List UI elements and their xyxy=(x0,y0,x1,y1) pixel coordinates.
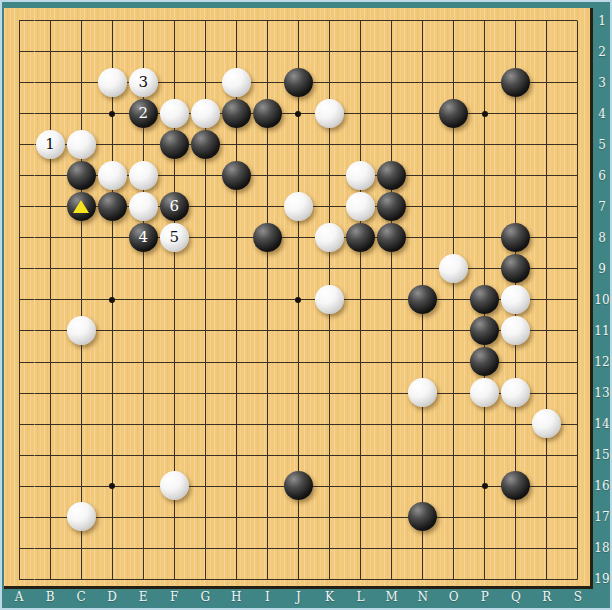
intersection-C12[interactable] xyxy=(66,347,97,378)
intersection-H16[interactable] xyxy=(221,471,252,502)
intersection-H15[interactable] xyxy=(221,440,252,471)
intersection-D13[interactable] xyxy=(97,378,128,409)
intersection-I13[interactable] xyxy=(252,378,283,409)
intersection-E2[interactable] xyxy=(128,36,159,67)
intersection-J18[interactable] xyxy=(283,533,314,564)
intersection-F5[interactable] xyxy=(159,129,190,160)
intersection-P8[interactable] xyxy=(469,222,500,253)
intersection-E9[interactable] xyxy=(128,253,159,284)
intersection-C4[interactable] xyxy=(66,98,97,129)
intersection-K18[interactable] xyxy=(314,533,345,564)
intersection-H1[interactable] xyxy=(221,8,252,36)
intersection-F16[interactable] xyxy=(159,471,190,502)
intersection-Q14[interactable] xyxy=(500,409,531,440)
intersection-R6[interactable] xyxy=(531,160,562,191)
intersection-F8[interactable]: 5 xyxy=(159,222,190,253)
intersection-G13[interactable] xyxy=(190,378,221,409)
intersection-B9[interactable] xyxy=(35,253,66,284)
intersection-Q9[interactable] xyxy=(500,253,531,284)
intersection-J17[interactable] xyxy=(283,502,314,533)
intersection-K17[interactable] xyxy=(314,502,345,533)
intersection-C2[interactable] xyxy=(66,36,97,67)
intersection-Q10[interactable] xyxy=(500,284,531,315)
intersection-Q6[interactable] xyxy=(500,160,531,191)
intersection-G19[interactable] xyxy=(190,564,221,589)
intersection-H14[interactable] xyxy=(221,409,252,440)
intersection-B14[interactable] xyxy=(35,409,66,440)
intersection-G5[interactable] xyxy=(190,129,221,160)
intersection-C17[interactable] xyxy=(66,502,97,533)
intersection-O5[interactable] xyxy=(438,129,469,160)
intersection-D11[interactable] xyxy=(97,315,128,346)
intersection-G4[interactable] xyxy=(190,98,221,129)
intersection-I3[interactable] xyxy=(252,67,283,98)
intersection-K10[interactable] xyxy=(314,284,345,315)
intersection-K19[interactable] xyxy=(314,564,345,589)
intersection-H2[interactable] xyxy=(221,36,252,67)
intersection-M16[interactable] xyxy=(376,471,407,502)
intersection-B4[interactable] xyxy=(35,98,66,129)
intersection-D3[interactable] xyxy=(97,67,128,98)
intersection-O9[interactable] xyxy=(438,253,469,284)
intersection-B1[interactable] xyxy=(35,8,66,36)
intersection-G10[interactable] xyxy=(190,284,221,315)
intersection-L3[interactable] xyxy=(345,67,376,98)
intersection-K4[interactable] xyxy=(314,98,345,129)
intersection-R10[interactable] xyxy=(531,284,562,315)
intersection-N17[interactable] xyxy=(407,502,438,533)
intersection-Q5[interactable] xyxy=(500,129,531,160)
intersection-A18[interactable] xyxy=(4,533,35,564)
intersection-E6[interactable] xyxy=(128,160,159,191)
intersection-Q3[interactable] xyxy=(500,67,531,98)
intersection-E4[interactable]: 2 xyxy=(128,98,159,129)
intersection-D2[interactable] xyxy=(97,36,128,67)
intersection-I9[interactable] xyxy=(252,253,283,284)
intersection-P11[interactable] xyxy=(469,315,500,346)
intersection-S16[interactable] xyxy=(562,471,593,502)
intersection-I17[interactable] xyxy=(252,502,283,533)
intersection-L8[interactable] xyxy=(345,222,376,253)
intersection-E3[interactable]: 3 xyxy=(128,67,159,98)
intersection-P2[interactable] xyxy=(469,36,500,67)
intersection-P13[interactable] xyxy=(469,378,500,409)
intersection-S2[interactable] xyxy=(562,36,593,67)
intersection-C8[interactable] xyxy=(66,222,97,253)
intersection-N8[interactable] xyxy=(407,222,438,253)
intersection-D18[interactable] xyxy=(97,533,128,564)
intersection-L17[interactable] xyxy=(345,502,376,533)
intersection-C1[interactable] xyxy=(66,8,97,36)
intersection-F1[interactable] xyxy=(159,8,190,36)
intersection-D10[interactable] xyxy=(97,284,128,315)
intersection-G2[interactable] xyxy=(190,36,221,67)
intersection-K11[interactable] xyxy=(314,315,345,346)
intersection-D12[interactable] xyxy=(97,347,128,378)
intersection-G15[interactable] xyxy=(190,440,221,471)
intersection-J15[interactable] xyxy=(283,440,314,471)
intersection-A12[interactable] xyxy=(4,347,35,378)
intersection-S14[interactable] xyxy=(562,409,593,440)
intersection-S9[interactable] xyxy=(562,253,593,284)
intersection-E12[interactable] xyxy=(128,347,159,378)
intersection-F13[interactable] xyxy=(159,378,190,409)
intersection-D9[interactable] xyxy=(97,253,128,284)
intersection-Q1[interactable] xyxy=(500,8,531,36)
intersection-O12[interactable] xyxy=(438,347,469,378)
intersection-M9[interactable] xyxy=(376,253,407,284)
intersection-F12[interactable] xyxy=(159,347,190,378)
intersection-S11[interactable] xyxy=(562,315,593,346)
intersection-P14[interactable] xyxy=(469,409,500,440)
intersection-M13[interactable] xyxy=(376,378,407,409)
intersection-K6[interactable] xyxy=(314,160,345,191)
intersection-N4[interactable] xyxy=(407,98,438,129)
intersection-O1[interactable] xyxy=(438,8,469,36)
intersection-O17[interactable] xyxy=(438,502,469,533)
intersection-B5[interactable]: 1 xyxy=(35,129,66,160)
intersection-M11[interactable] xyxy=(376,315,407,346)
intersection-B2[interactable] xyxy=(35,36,66,67)
intersection-M14[interactable] xyxy=(376,409,407,440)
intersection-S17[interactable] xyxy=(562,502,593,533)
intersection-L11[interactable] xyxy=(345,315,376,346)
intersection-C5[interactable] xyxy=(66,129,97,160)
intersection-G9[interactable] xyxy=(190,253,221,284)
intersection-L6[interactable] xyxy=(345,160,376,191)
intersection-J16[interactable] xyxy=(283,471,314,502)
intersection-C18[interactable] xyxy=(66,533,97,564)
intersection-B17[interactable] xyxy=(35,502,66,533)
intersection-J19[interactable] xyxy=(283,564,314,589)
intersection-O13[interactable] xyxy=(438,378,469,409)
intersection-L2[interactable] xyxy=(345,36,376,67)
intersection-N9[interactable] xyxy=(407,253,438,284)
intersection-O4[interactable] xyxy=(438,98,469,129)
intersection-A17[interactable] xyxy=(4,502,35,533)
intersection-O3[interactable] xyxy=(438,67,469,98)
intersection-A16[interactable] xyxy=(4,471,35,502)
intersection-S5[interactable] xyxy=(562,129,593,160)
intersection-J1[interactable] xyxy=(283,8,314,36)
intersection-Q2[interactable] xyxy=(500,36,531,67)
intersection-M3[interactable] xyxy=(376,67,407,98)
intersection-N16[interactable] xyxy=(407,471,438,502)
intersection-O19[interactable] xyxy=(438,564,469,589)
intersection-G11[interactable] xyxy=(190,315,221,346)
intersection-N15[interactable] xyxy=(407,440,438,471)
intersection-F15[interactable] xyxy=(159,440,190,471)
intersection-Q16[interactable] xyxy=(500,471,531,502)
intersection-Q19[interactable] xyxy=(500,564,531,589)
intersection-H3[interactable] xyxy=(221,67,252,98)
intersection-S18[interactable] xyxy=(562,533,593,564)
intersection-E19[interactable] xyxy=(128,564,159,589)
intersection-J2[interactable] xyxy=(283,36,314,67)
intersection-C3[interactable] xyxy=(66,67,97,98)
intersection-L1[interactable] xyxy=(345,8,376,36)
intersection-C6[interactable] xyxy=(66,160,97,191)
intersection-J4[interactable] xyxy=(283,98,314,129)
intersection-K16[interactable] xyxy=(314,471,345,502)
intersection-N2[interactable] xyxy=(407,36,438,67)
intersection-A14[interactable] xyxy=(4,409,35,440)
intersection-G3[interactable] xyxy=(190,67,221,98)
intersection-A11[interactable] xyxy=(4,315,35,346)
intersection-M6[interactable] xyxy=(376,160,407,191)
intersection-P18[interactable] xyxy=(469,533,500,564)
intersection-I14[interactable] xyxy=(252,409,283,440)
intersection-C14[interactable] xyxy=(66,409,97,440)
intersection-B6[interactable] xyxy=(35,160,66,191)
intersection-K13[interactable] xyxy=(314,378,345,409)
intersection-H6[interactable] xyxy=(221,160,252,191)
intersection-N1[interactable] xyxy=(407,8,438,36)
intersection-J9[interactable] xyxy=(283,253,314,284)
intersection-S4[interactable] xyxy=(562,98,593,129)
intersection-P5[interactable] xyxy=(469,129,500,160)
intersection-A13[interactable] xyxy=(4,378,35,409)
intersection-N5[interactable] xyxy=(407,129,438,160)
intersection-L13[interactable] xyxy=(345,378,376,409)
intersection-M17[interactable] xyxy=(376,502,407,533)
intersection-D4[interactable] xyxy=(97,98,128,129)
intersection-O7[interactable] xyxy=(438,191,469,222)
intersection-B15[interactable] xyxy=(35,440,66,471)
intersection-C15[interactable] xyxy=(66,440,97,471)
intersection-R4[interactable] xyxy=(531,98,562,129)
intersection-G18[interactable] xyxy=(190,533,221,564)
intersection-A6[interactable] xyxy=(4,160,35,191)
intersection-F19[interactable] xyxy=(159,564,190,589)
intersection-M5[interactable] xyxy=(376,129,407,160)
intersection-P19[interactable] xyxy=(469,564,500,589)
intersection-J3[interactable] xyxy=(283,67,314,98)
intersection-D14[interactable] xyxy=(97,409,128,440)
intersection-I8[interactable] xyxy=(252,222,283,253)
intersection-R13[interactable] xyxy=(531,378,562,409)
intersection-P4[interactable] xyxy=(469,98,500,129)
intersection-A5[interactable] xyxy=(4,129,35,160)
intersection-E15[interactable] xyxy=(128,440,159,471)
intersection-J6[interactable] xyxy=(283,160,314,191)
intersection-O8[interactable] xyxy=(438,222,469,253)
intersection-N3[interactable] xyxy=(407,67,438,98)
intersection-L7[interactable] xyxy=(345,191,376,222)
intersection-S10[interactable] xyxy=(562,284,593,315)
intersection-M10[interactable] xyxy=(376,284,407,315)
intersection-B16[interactable] xyxy=(35,471,66,502)
intersection-N11[interactable] xyxy=(407,315,438,346)
intersection-M15[interactable] xyxy=(376,440,407,471)
intersection-S7[interactable] xyxy=(562,191,593,222)
intersection-B19[interactable] xyxy=(35,564,66,589)
intersection-G6[interactable] xyxy=(190,160,221,191)
intersection-N14[interactable] xyxy=(407,409,438,440)
intersection-E14[interactable] xyxy=(128,409,159,440)
intersection-R17[interactable] xyxy=(531,502,562,533)
intersection-O2[interactable] xyxy=(438,36,469,67)
intersection-D1[interactable] xyxy=(97,8,128,36)
intersection-P15[interactable] xyxy=(469,440,500,471)
intersection-L9[interactable] xyxy=(345,253,376,284)
intersection-P16[interactable] xyxy=(469,471,500,502)
intersection-F14[interactable] xyxy=(159,409,190,440)
intersection-J14[interactable] xyxy=(283,409,314,440)
intersection-A10[interactable] xyxy=(4,284,35,315)
intersection-O10[interactable] xyxy=(438,284,469,315)
intersection-P9[interactable] xyxy=(469,253,500,284)
intersection-G7[interactable] xyxy=(190,191,221,222)
intersection-B12[interactable] xyxy=(35,347,66,378)
intersection-J8[interactable] xyxy=(283,222,314,253)
intersection-R11[interactable] xyxy=(531,315,562,346)
intersection-L14[interactable] xyxy=(345,409,376,440)
intersection-O15[interactable] xyxy=(438,440,469,471)
intersection-N12[interactable] xyxy=(407,347,438,378)
intersection-M4[interactable] xyxy=(376,98,407,129)
intersection-F9[interactable] xyxy=(159,253,190,284)
intersection-C16[interactable] xyxy=(66,471,97,502)
intersection-D17[interactable] xyxy=(97,502,128,533)
intersection-J12[interactable] xyxy=(283,347,314,378)
intersection-S6[interactable] xyxy=(562,160,593,191)
intersection-F17[interactable] xyxy=(159,502,190,533)
intersection-A3[interactable] xyxy=(4,67,35,98)
intersection-R5[interactable] xyxy=(531,129,562,160)
intersection-O14[interactable] xyxy=(438,409,469,440)
intersection-K5[interactable] xyxy=(314,129,345,160)
intersection-A19[interactable] xyxy=(4,564,35,589)
intersection-P12[interactable] xyxy=(469,347,500,378)
intersection-J10[interactable] xyxy=(283,284,314,315)
intersection-J7[interactable] xyxy=(283,191,314,222)
intersection-I2[interactable] xyxy=(252,36,283,67)
intersection-D19[interactable] xyxy=(97,564,128,589)
intersection-F2[interactable] xyxy=(159,36,190,67)
intersection-H13[interactable] xyxy=(221,378,252,409)
intersection-B7[interactable] xyxy=(35,191,66,222)
intersection-H19[interactable] xyxy=(221,564,252,589)
intersection-F3[interactable] xyxy=(159,67,190,98)
intersection-S8[interactable] xyxy=(562,222,593,253)
intersection-O18[interactable] xyxy=(438,533,469,564)
intersection-B3[interactable] xyxy=(35,67,66,98)
intersection-O11[interactable] xyxy=(438,315,469,346)
intersection-F11[interactable] xyxy=(159,315,190,346)
intersection-E1[interactable] xyxy=(128,8,159,36)
intersection-G8[interactable] xyxy=(190,222,221,253)
intersection-A7[interactable] xyxy=(4,191,35,222)
intersection-L18[interactable] xyxy=(345,533,376,564)
intersection-Q11[interactable] xyxy=(500,315,531,346)
intersection-P17[interactable] xyxy=(469,502,500,533)
intersection-I16[interactable] xyxy=(252,471,283,502)
intersection-C11[interactable] xyxy=(66,315,97,346)
intersection-F4[interactable] xyxy=(159,98,190,129)
intersection-R16[interactable] xyxy=(531,471,562,502)
intersection-I7[interactable] xyxy=(252,191,283,222)
intersection-R18[interactable] xyxy=(531,533,562,564)
intersection-P10[interactable] xyxy=(469,284,500,315)
intersection-E8[interactable]: 4 xyxy=(128,222,159,253)
intersection-D7[interactable] xyxy=(97,191,128,222)
intersection-P1[interactable] xyxy=(469,8,500,36)
intersection-D8[interactable] xyxy=(97,222,128,253)
intersection-H18[interactable] xyxy=(221,533,252,564)
intersection-G14[interactable] xyxy=(190,409,221,440)
intersection-E16[interactable] xyxy=(128,471,159,502)
intersection-D6[interactable] xyxy=(97,160,128,191)
intersection-Q18[interactable] xyxy=(500,533,531,564)
intersection-L15[interactable] xyxy=(345,440,376,471)
intersection-E5[interactable] xyxy=(128,129,159,160)
intersection-L4[interactable] xyxy=(345,98,376,129)
intersection-R9[interactable] xyxy=(531,253,562,284)
intersection-R7[interactable] xyxy=(531,191,562,222)
intersection-F7[interactable]: 6 xyxy=(159,191,190,222)
intersection-R14[interactable] xyxy=(531,409,562,440)
intersection-O16[interactable] xyxy=(438,471,469,502)
intersection-J5[interactable] xyxy=(283,129,314,160)
intersection-H17[interactable] xyxy=(221,502,252,533)
intersection-K12[interactable] xyxy=(314,347,345,378)
intersection-P7[interactable] xyxy=(469,191,500,222)
intersection-R2[interactable] xyxy=(531,36,562,67)
intersection-H11[interactable] xyxy=(221,315,252,346)
intersection-C19[interactable] xyxy=(66,564,97,589)
intersection-A2[interactable] xyxy=(4,36,35,67)
intersection-P3[interactable] xyxy=(469,67,500,98)
intersection-I5[interactable] xyxy=(252,129,283,160)
intersection-H9[interactable] xyxy=(221,253,252,284)
intersection-N6[interactable] xyxy=(407,160,438,191)
intersection-S1[interactable] xyxy=(562,8,593,36)
intersection-H7[interactable] xyxy=(221,191,252,222)
intersection-E11[interactable] xyxy=(128,315,159,346)
intersection-M18[interactable] xyxy=(376,533,407,564)
intersection-N18[interactable] xyxy=(407,533,438,564)
intersection-J13[interactable] xyxy=(283,378,314,409)
intersection-S3[interactable] xyxy=(562,67,593,98)
intersection-M7[interactable] xyxy=(376,191,407,222)
intersection-C13[interactable] xyxy=(66,378,97,409)
intersection-L16[interactable] xyxy=(345,471,376,502)
intersection-L5[interactable] xyxy=(345,129,376,160)
intersection-Q12[interactable] xyxy=(500,347,531,378)
intersection-I15[interactable] xyxy=(252,440,283,471)
intersection-N7[interactable] xyxy=(407,191,438,222)
intersection-Q8[interactable] xyxy=(500,222,531,253)
intersection-S13[interactable] xyxy=(562,378,593,409)
intersection-H5[interactable] xyxy=(221,129,252,160)
intersection-B11[interactable] xyxy=(35,315,66,346)
intersection-E10[interactable] xyxy=(128,284,159,315)
intersection-B18[interactable] xyxy=(35,533,66,564)
intersection-Q7[interactable] xyxy=(500,191,531,222)
intersection-C7[interactable] xyxy=(66,191,97,222)
intersection-L19[interactable] xyxy=(345,564,376,589)
intersection-I11[interactable] xyxy=(252,315,283,346)
intersection-E17[interactable] xyxy=(128,502,159,533)
intersection-R12[interactable] xyxy=(531,347,562,378)
intersection-F10[interactable] xyxy=(159,284,190,315)
intersection-G1[interactable] xyxy=(190,8,221,36)
intersection-C10[interactable] xyxy=(66,284,97,315)
intersection-A1[interactable] xyxy=(4,8,35,36)
intersection-H8[interactable] xyxy=(221,222,252,253)
intersection-R15[interactable] xyxy=(531,440,562,471)
